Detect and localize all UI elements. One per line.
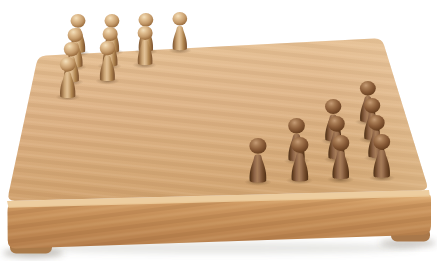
product-photo xyxy=(0,0,437,261)
board-scene xyxy=(0,0,437,261)
board-top-surface xyxy=(8,38,427,200)
